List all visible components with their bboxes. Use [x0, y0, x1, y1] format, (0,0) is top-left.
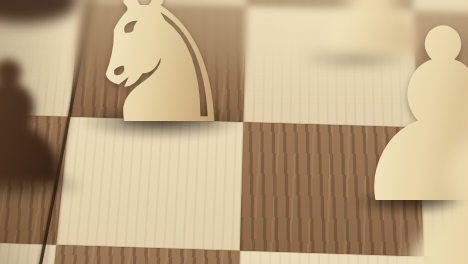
vignette — [0, 0, 468, 264]
chess-photo-frame: ♟ ♞ ♟ ♟ ♟ — [0, 0, 468, 264]
